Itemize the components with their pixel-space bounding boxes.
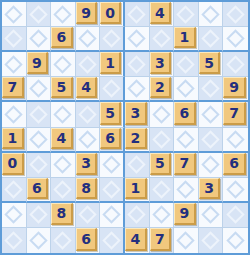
given-digit: 2 [155,80,165,94]
cell-r9c7[interactable] [150,203,175,228]
cell-r10c1[interactable] [2,228,27,253]
cell-r6c6: 2 [125,128,150,153]
given-tile: 9 [223,77,246,98]
diamond-pattern [177,5,195,23]
diamond-pattern [102,80,120,98]
diamond-pattern [54,180,72,198]
diamond-pattern [78,206,96,224]
given-tile: 4 [76,77,98,98]
diamond-pattern [78,55,96,73]
given-tile: 9 [76,2,98,24]
cell-r4c8[interactable] [174,77,199,102]
cell-r2c3: 6 [51,27,76,52]
cell-r6c8[interactable] [174,128,199,153]
diamond-pattern [29,5,47,23]
diamond-pattern [102,180,120,198]
diamond-pattern [5,29,23,47]
cell-r7c1: 0 [2,153,27,178]
cell-r2c6[interactable] [125,27,150,52]
given-digit: 3 [204,181,214,195]
diamond-pattern [152,130,170,148]
cell-r5c8: 6 [174,102,199,127]
cell-r9c10[interactable] [223,203,248,228]
given-digit: 1 [105,56,115,70]
diamond-pattern [5,105,23,123]
cell-r5c2[interactable] [27,102,52,127]
diamond-pattern [201,5,219,23]
cell-r2c8: 1 [174,27,199,52]
diamond-pattern [128,55,146,73]
diamond-pattern [54,105,72,123]
cell-r7c8: 7 [174,153,199,178]
diamond-pattern [201,206,219,224]
given-tile: 2 [125,128,147,149]
diamond-pattern [29,155,47,173]
diamond-pattern [5,231,23,249]
given-digit: 6 [81,232,91,246]
diamond-pattern [152,105,170,123]
given-tile: 9 [174,203,196,225]
given-digit: 3 [81,156,91,170]
cell-r5c10: 7 [223,102,248,127]
given-tile: 5 [100,102,121,124]
cell-r10c5[interactable] [100,228,125,253]
given-tile: 5 [51,77,73,98]
cell-r7c5[interactable] [100,153,125,178]
given-digit: 9 [229,80,239,94]
diamond-pattern [29,80,47,98]
given-digit: 6 [180,106,190,120]
cell-r5c7[interactable] [150,102,175,127]
given-digit: 9 [180,206,190,220]
given-digit: 7 [229,106,239,120]
given-tile: 6 [174,102,196,124]
diamond-pattern [177,180,195,198]
given-tile: 1 [174,27,196,48]
diamond-pattern [226,5,244,23]
given-digit: 0 [105,6,115,20]
cell-r9c3: 8 [51,203,76,228]
given-tile: 7 [2,77,24,98]
given-tile: 3 [125,102,147,124]
cell-r10c8[interactable] [174,228,199,253]
given-tile: 6 [27,178,49,199]
diamond-pattern [201,105,219,123]
cell-r1c6[interactable] [125,2,150,27]
given-tile: 4 [51,128,73,149]
cell-r7c3[interactable] [51,153,76,178]
cell-r3c2: 9 [27,52,52,77]
cell-r7c4: 3 [76,153,101,178]
given-digit: 6 [229,156,239,170]
given-digit: 9 [81,6,91,20]
given-tile: 3 [76,153,98,175]
cell-r8c8[interactable] [174,178,199,203]
diamond-pattern [54,231,72,249]
diamond-pattern [152,180,170,198]
given-tile: 3 [199,178,221,199]
given-digit: 4 [130,232,140,246]
given-digit: 4 [57,131,67,145]
given-digit: 1 [180,30,190,44]
diamond-pattern [226,231,244,249]
cell-r3c6[interactable] [125,52,150,77]
given-digit: 4 [155,6,165,20]
cell-r7c7: 5 [150,153,175,178]
cell-r4c3: 5 [51,77,76,102]
diamond-pattern [5,180,23,198]
cell-r2c2[interactable] [27,27,52,52]
diamond-pattern [226,29,244,47]
cell-r4c7: 2 [150,77,175,102]
cell-r6c9[interactable] [199,128,224,153]
given-digit: 5 [105,106,115,120]
given-digit: 7 [180,156,190,170]
diamond-pattern [201,130,219,148]
given-tile: 2 [150,77,172,98]
cell-r9c6[interactable] [125,203,150,228]
cell-r3c10[interactable] [223,52,248,77]
given-tile: 1 [125,178,147,199]
given-tile: 0 [2,153,24,175]
cell-r7c2[interactable] [27,153,52,178]
diamond-pattern [177,231,195,249]
given-tile: 9 [27,52,49,74]
cell-r1c2[interactable] [27,2,52,27]
diamond-pattern [54,55,72,73]
diamond-pattern [128,206,146,224]
given-tile: 8 [51,203,73,225]
cell-r6c3: 4 [51,128,76,153]
cell-r8c2: 6 [27,178,52,203]
cell-r2c5[interactable] [100,27,125,52]
given-tile: 4 [150,2,172,24]
given-digit: 5 [155,156,165,170]
given-tile: 7 [150,228,172,251]
cell-r4c2[interactable] [27,77,52,102]
diamond-pattern [5,206,23,224]
diamond-pattern [102,155,120,173]
diamond-pattern [177,80,195,98]
diamond-pattern [226,180,244,198]
diamond-pattern [201,231,219,249]
given-tile: 8 [76,178,98,199]
cell-r8c10[interactable] [223,178,248,203]
cell-r3c1[interactable] [2,52,27,77]
given-digit: 8 [57,206,67,220]
diamond-pattern [128,80,146,98]
cell-r2c10[interactable] [223,27,248,52]
cell-r3c4[interactable] [76,52,101,77]
cell-r10c6: 4 [125,228,150,253]
given-digit: 9 [32,56,42,70]
cell-r7c9[interactable] [199,153,224,178]
cell-r1c9[interactable] [199,2,224,27]
cell-r2c9[interactable] [199,27,224,52]
cell-r1c7: 4 [150,2,175,27]
cell-r1c10[interactable] [223,2,248,27]
cell-r8c3[interactable] [51,178,76,203]
cell-r1c1[interactable] [2,2,27,27]
given-tile: 5 [150,153,172,175]
cell-r10c7: 7 [150,228,175,253]
cell-r3c5: 1 [100,52,125,77]
diamond-pattern [152,206,170,224]
diamond-pattern [102,206,120,224]
diamond-pattern [54,5,72,23]
diamond-pattern [128,155,146,173]
cell-r9c4[interactable] [76,203,101,228]
cell-r5c6: 3 [125,102,150,127]
cell-r2c7[interactable] [150,27,175,52]
diamond-pattern [102,231,120,249]
diamond-pattern [102,29,120,47]
cell-r4c9[interactable] [199,77,224,102]
cell-r8c7[interactable] [150,178,175,203]
diamond-pattern [128,5,146,23]
cell-r5c3[interactable] [51,102,76,127]
given-tile: 4 [125,228,147,251]
cell-r6c7[interactable] [150,128,175,153]
cell-r4c10: 9 [223,77,248,102]
diamond-pattern [78,105,96,123]
cell-r1c5: 0 [100,2,125,27]
cell-r1c8[interactable] [174,2,199,27]
diamond-pattern [201,80,219,98]
cell-r9c5[interactable] [100,203,125,228]
diamond-pattern [177,130,195,148]
cell-r7c10: 6 [223,153,248,178]
given-tile: 0 [100,2,121,24]
cell-r5c4[interactable] [76,102,101,127]
cell-r3c7: 3 [150,52,175,77]
diamond-pattern [5,55,23,73]
cell-r8c4: 8 [76,178,101,203]
cell-r6c4[interactable] [76,128,101,153]
cell-r9c8: 9 [174,203,199,228]
given-tile: 7 [174,153,196,175]
diamond-pattern [201,29,219,47]
given-digit: 5 [204,56,214,70]
given-digit: 6 [32,181,42,195]
diamond-pattern [29,29,47,47]
cell-r8c6: 1 [125,178,150,203]
cell-r7c6[interactable] [125,153,150,178]
cell-r10c3[interactable] [51,228,76,253]
given-digit: 4 [81,80,91,94]
cell-r4c1: 7 [2,77,27,102]
diamond-pattern [226,130,244,148]
given-tile: 1 [2,128,24,149]
cell-r3c3[interactable] [51,52,76,77]
diamond-pattern [5,5,23,23]
given-digit: 5 [57,80,67,94]
cell-r5c5: 5 [100,102,125,127]
cell-r10c4: 6 [76,228,101,253]
given-tile: 6 [76,228,98,251]
diamond-pattern [29,105,47,123]
cell-r8c5[interactable] [100,178,125,203]
cell-r3c9: 5 [199,52,224,77]
given-tile: 3 [150,52,172,74]
cell-r3c8[interactable] [174,52,199,77]
cell-r8c9: 3 [199,178,224,203]
given-digit: 3 [130,106,140,120]
given-digit: 7 [7,80,17,94]
given-digit: 6 [105,131,115,145]
given-digit: 1 [130,181,140,195]
cell-r2c4[interactable] [76,27,101,52]
diamond-pattern [54,155,72,173]
cell-r4c5[interactable] [100,77,125,102]
given-digit: 1 [7,131,17,145]
given-digit: 7 [155,232,165,246]
cell-r9c1[interactable] [2,203,27,228]
diamond-pattern [29,130,47,148]
cell-r1c3[interactable] [51,2,76,27]
diamond-pattern [177,55,195,73]
cell-r6c10[interactable] [223,128,248,153]
cell-r9c2[interactable] [27,203,52,228]
cell-r6c5: 6 [100,128,125,153]
cell-r4c6[interactable] [125,77,150,102]
diamond-pattern [226,206,244,224]
given-digit: 8 [81,181,91,195]
cell-r10c2[interactable] [27,228,52,253]
diamond-pattern [152,29,170,47]
diamond-pattern [29,206,47,224]
given-digit: 0 [7,156,17,170]
cell-r6c2[interactable] [27,128,52,153]
cell-r8c1[interactable] [2,178,27,203]
diamond-pattern [226,55,244,73]
diamond-pattern [78,29,96,47]
diamond-pattern [29,231,47,249]
given-tile: 6 [51,27,73,48]
given-tile: 5 [199,52,221,74]
diamond-pattern [128,29,146,47]
cell-r9c9[interactable] [199,203,224,228]
cell-r4c4: 4 [76,77,101,102]
given-digit: 3 [155,56,165,70]
cell-r5c1[interactable] [2,102,27,127]
given-tile: 1 [100,52,121,74]
cell-r1c4: 9 [76,2,101,27]
given-tile: 6 [223,153,246,175]
given-tile: 7 [223,102,246,124]
diamond-pattern [201,155,219,173]
cell-r5c9[interactable] [199,102,224,127]
cell-r10c10[interactable] [223,228,248,253]
given-tile: 6 [100,128,121,149]
cell-r6c1: 1 [2,128,27,153]
sudoku-board: 904619135754295367146203576681389647 [0,0,250,255]
given-digit: 6 [57,30,67,44]
given-digit: 2 [130,131,140,145]
diamond-pattern [78,130,96,148]
cell-r2c1[interactable] [2,27,27,52]
cell-r10c9[interactable] [199,228,224,253]
